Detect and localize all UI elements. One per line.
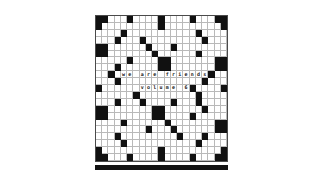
empty-cell xyxy=(221,37,227,44)
empty-cell xyxy=(221,133,227,140)
black-cell xyxy=(221,16,227,23)
empty-cell xyxy=(221,51,227,58)
black-cell xyxy=(221,154,227,161)
black-cell xyxy=(221,147,227,154)
black-cell xyxy=(221,64,227,71)
empty-cell xyxy=(221,30,227,37)
empty-cell xyxy=(221,78,227,85)
black-cell xyxy=(221,23,227,30)
board-shadow xyxy=(95,165,228,170)
empty-cell xyxy=(221,106,227,113)
empty-cell xyxy=(221,113,227,120)
empty-cell xyxy=(221,92,227,99)
page-background: wearefriendsvolume6 xyxy=(0,0,320,180)
empty-cell xyxy=(221,71,227,78)
crossword-board: wearefriendsvolume6 xyxy=(95,15,228,162)
empty-cell xyxy=(221,99,227,106)
black-cell xyxy=(221,57,227,64)
black-cell xyxy=(221,126,227,133)
empty-cell xyxy=(221,140,227,147)
empty-cell xyxy=(221,44,227,51)
black-cell xyxy=(221,120,227,127)
black-cell xyxy=(221,85,227,92)
